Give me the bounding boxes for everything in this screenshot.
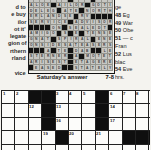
cell-r3c1 <box>2 118 15 131</box>
clue-number-2: 2 <box>16 91 18 95</box>
cell-r5c2 <box>15 145 28 150</box>
black-cell-r3c8 <box>96 118 109 131</box>
cell-r4c4: 19 <box>42 131 55 144</box>
clue-number-4: 4 <box>69 91 71 95</box>
cell-r4c1 <box>2 131 15 144</box>
puzzle-grid: 123456781213141617192021 <box>1 90 150 150</box>
cell-r2c10 <box>123 104 136 117</box>
cell-r2c7 <box>82 104 95 117</box>
caption-text: Saturday's answer <box>36 74 87 80</box>
cell-r5c1 <box>2 145 15 150</box>
solved-crossword-grid: BESTOWSALEADSALOEAILORGOTIDELEGATENORTHE… <box>29 0 114 71</box>
clue-number-6: 6 <box>110 91 112 95</box>
cell-r2c9: 14 <box>109 104 122 117</box>
cell-r2c12 <box>149 104 150 117</box>
cell-r1c9: 6 <box>109 91 122 104</box>
right-clue-column: ge48 Eg49 War50 Obe51 — cFran52 Lusblac5… <box>115 0 151 74</box>
cell-r3c12 <box>149 118 150 131</box>
left-clue-fragment-10: vice <box>0 62 26 69</box>
answer-cell-r13c15: Y <box>108 65 114 71</box>
clue-number-14: 14 <box>110 104 115 108</box>
cell-r3c7 <box>82 118 95 131</box>
cell-r1c6: 4 <box>69 91 82 104</box>
cell-r3c5: 16 <box>56 118 69 131</box>
cell-r5c8 <box>96 145 109 150</box>
cell-r2c3: 12 <box>29 104 42 117</box>
cell-r2c5: 13 <box>56 104 69 117</box>
cell-r2c1 <box>2 104 15 117</box>
cell-r5c9 <box>109 145 122 150</box>
cell-r1c2: 2 <box>15 91 28 104</box>
answer-caption: Saturday's answer 7-8 <box>27 74 115 83</box>
black-cell-r4c10 <box>123 131 136 144</box>
cell-r5c10 <box>123 145 136 150</box>
cell-r2c11 <box>136 104 149 117</box>
cell-r4c9 <box>109 131 122 144</box>
cell-r3c11 <box>136 118 149 131</box>
clue-number-1: 1 <box>3 91 5 95</box>
black-cell-r1c3 <box>29 91 42 104</box>
cell-r1c1: 1 <box>2 91 15 104</box>
black-cell-r2c8 <box>96 104 109 117</box>
clue-number-17: 17 <box>110 118 115 122</box>
cell-r1c7: 5 <box>82 91 95 104</box>
black-cell-r4c5 <box>56 131 69 144</box>
black-cell-r4c12 <box>149 131 150 144</box>
left-clue-column: d toe buyilorot it'legategion ofrthernrl… <box>0 0 26 69</box>
cell-r4c3 <box>29 131 42 144</box>
cell-r1c11: 8 <box>136 91 149 104</box>
cell-r5c6 <box>69 145 82 150</box>
black-cell-r1c8 <box>96 91 109 104</box>
cell-r3c3 <box>29 118 42 131</box>
clue-number-21: 21 <box>96 131 101 135</box>
cell-r5c11 <box>136 145 149 150</box>
cell-r3c10 <box>123 118 136 131</box>
clue-number-16: 16 <box>56 118 61 122</box>
cell-r1c10: 7 <box>123 91 136 104</box>
cell-r2c6 <box>69 104 82 117</box>
cell-r4c7 <box>82 131 95 144</box>
cell-r2c2 <box>15 104 28 117</box>
cell-r4c2 <box>15 131 28 144</box>
clue-number-3: 3 <box>56 91 58 95</box>
cell-r4c6: 20 <box>69 131 82 144</box>
cell-r5c7 <box>82 145 95 150</box>
clue-number-7: 7 <box>123 91 125 95</box>
clue-number-20: 20 <box>69 131 74 135</box>
cell-r3c6 <box>69 118 82 131</box>
cell-r5c4 <box>42 145 55 150</box>
clue-number-12: 12 <box>29 104 34 108</box>
clue-number-5: 5 <box>83 91 85 95</box>
cell-r3c9: 17 <box>109 118 122 131</box>
black-cell-r3c4 <box>42 118 55 131</box>
cell-r5c12 <box>149 145 150 150</box>
black-cell-r4c11 <box>136 131 149 144</box>
solved-answer-grid-frame: BESTOWSALEADSALOEAILORGOTIDELEGATENORTHE… <box>28 0 116 74</box>
caption-date: 7-8 <box>106 74 114 80</box>
cell-r5c5 <box>56 145 69 150</box>
cell-r1c12 <box>149 91 150 104</box>
newspaper-crossword-page: d toe buyilorot it'legategion ofrthernrl… <box>0 0 150 150</box>
cell-r5c3 <box>29 145 42 150</box>
cell-r4c8: 21 <box>96 131 109 144</box>
clue-number-19: 19 <box>43 131 48 135</box>
cell-r3c2 <box>15 118 28 131</box>
clue-number-13: 13 <box>56 104 61 108</box>
clue-number-8: 8 <box>136 91 138 95</box>
cell-r1c5: 3 <box>56 91 69 104</box>
black-cell-r2c4 <box>42 104 55 117</box>
black-cell-r1c4 <box>42 91 55 104</box>
